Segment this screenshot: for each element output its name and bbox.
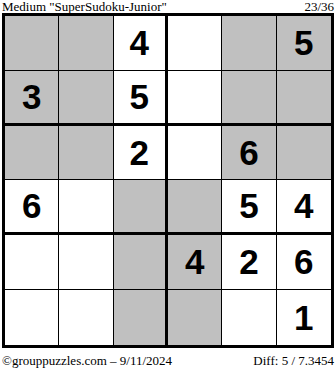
cell-r6c6[interactable]: 1 [277, 290, 331, 345]
puzzle-title: Medium "SuperSudoku-Junior" [2, 0, 167, 13]
copyright-date: ©grouppuzzles.com – 9/11/2024 [2, 354, 172, 367]
cell-r6c2[interactable] [59, 290, 113, 345]
cell-r4c3[interactable] [114, 180, 168, 235]
cell-r5c1[interactable] [5, 235, 59, 290]
cell-r3c4[interactable] [168, 126, 222, 181]
cell-r1c4[interactable] [168, 16, 222, 71]
cell-r1c5[interactable] [222, 16, 276, 71]
cell-r2c5[interactable] [222, 71, 276, 126]
cell-r5c2[interactable] [59, 235, 113, 290]
footer-bar: ©grouppuzzles.com – 9/11/2024 Diff: 5 / … [0, 354, 336, 367]
cell-r6c3[interactable] [114, 290, 168, 345]
cell-r4c2[interactable] [59, 180, 113, 235]
cell-r4c5[interactable]: 5 [222, 180, 276, 235]
cell-r2c6[interactable] [277, 71, 331, 126]
cell-r6c5[interactable] [222, 290, 276, 345]
cell-r3c1[interactable] [5, 126, 59, 181]
header-bar: Medium "SuperSudoku-Junior" 23/36 [0, 0, 336, 13]
cell-r4c6[interactable]: 4 [277, 180, 331, 235]
cell-r1c3[interactable]: 4 [114, 16, 168, 71]
cells-remaining-counter: 23/36 [304, 0, 334, 13]
cell-r3c5[interactable]: 6 [222, 126, 276, 181]
cell-r1c1[interactable] [5, 16, 59, 71]
cell-r5c3[interactable] [114, 235, 168, 290]
sudoku-board: 4535266544261 [2, 13, 334, 348]
cell-r4c1[interactable]: 6 [5, 180, 59, 235]
cell-r1c2[interactable] [59, 16, 113, 71]
cell-r2c4[interactable] [168, 71, 222, 126]
cell-r3c2[interactable] [59, 126, 113, 181]
cell-r3c3[interactable]: 2 [114, 126, 168, 181]
cell-r2c2[interactable] [59, 71, 113, 126]
cell-r4c4[interactable] [168, 180, 222, 235]
cell-r5c6[interactable]: 6 [277, 235, 331, 290]
cell-r5c5[interactable]: 2 [222, 235, 276, 290]
cell-r5c4[interactable]: 4 [168, 235, 222, 290]
cell-r3c6[interactable] [277, 126, 331, 181]
cell-r1c6[interactable]: 5 [277, 16, 331, 71]
difficulty-rating: Diff: 5 / 7.3454 [253, 354, 334, 367]
cell-r2c3[interactable]: 5 [114, 71, 168, 126]
cell-r2c1[interactable]: 3 [5, 71, 59, 126]
cell-r6c4[interactable] [168, 290, 222, 345]
cell-r6c1[interactable] [5, 290, 59, 345]
